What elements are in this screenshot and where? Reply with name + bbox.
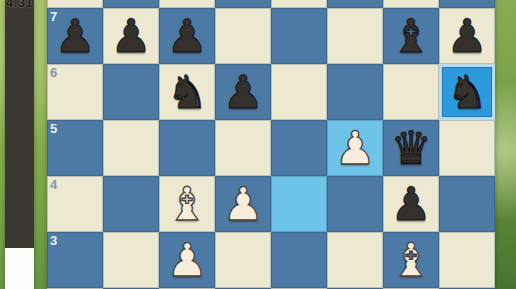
black-pawn-c7[interactable]: ♟: [159, 8, 215, 64]
square-a4[interactable]: 4: [47, 176, 103, 232]
rank-label-3: 3: [50, 233, 57, 248]
square-f4[interactable]: [327, 176, 383, 232]
square-d4[interactable]: ♟: [215, 176, 271, 232]
square-g3[interactable]: ♝: [383, 232, 439, 288]
square-a3[interactable]: 3: [47, 232, 103, 288]
square-f7[interactable]: [327, 8, 383, 64]
square-a6[interactable]: 6: [47, 64, 103, 120]
square-d3[interactable]: [215, 232, 271, 288]
rank-label-5: 5: [50, 121, 57, 136]
square-h6[interactable]: ♞: [439, 64, 495, 120]
evaluation-bar-white-portion: [5, 248, 34, 289]
square-c4[interactable]: ♝: [159, 176, 215, 232]
square-h4[interactable]: [439, 176, 495, 232]
black-bishop-c8[interactable]: ♝: [159, 0, 215, 8]
square-d6[interactable]: ♟: [215, 64, 271, 120]
square-c8[interactable]: ♝: [159, 0, 215, 8]
square-e4[interactable]: [271, 176, 327, 232]
square-e6[interactable]: [271, 64, 327, 120]
square-d7[interactable]: [215, 8, 271, 64]
square-b5[interactable]: [103, 120, 159, 176]
white-bishop-c4[interactable]: ♝: [159, 176, 215, 232]
square-e5[interactable]: [271, 120, 327, 176]
square-a5[interactable]: 5: [47, 120, 103, 176]
square-f5[interactable]: ♟: [327, 120, 383, 176]
square-g8[interactable]: [383, 0, 439, 8]
black-queen-g5[interactable]: ♛: [383, 120, 439, 176]
square-e8[interactable]: ♚: [271, 0, 327, 8]
black-rook-a8[interactable]: ♜: [47, 0, 103, 8]
black-knight-h6[interactable]: ♞: [439, 64, 495, 120]
square-f8[interactable]: [327, 0, 383, 8]
black-pawn-g4[interactable]: ♟: [383, 176, 439, 232]
rank-label-6: 6: [50, 65, 57, 80]
square-c7[interactable]: ♟: [159, 8, 215, 64]
black-pawn-d6[interactable]: ♟: [215, 64, 271, 120]
square-b7[interactable]: ♟: [103, 8, 159, 64]
black-knight-c6[interactable]: ♞: [159, 64, 215, 120]
evaluation-bar-black-portion: [5, 0, 34, 248]
black-bishop-g7[interactable]: ♝: [383, 8, 439, 64]
square-h8[interactable]: ♜: [439, 0, 495, 8]
square-h7[interactable]: ♟: [439, 8, 495, 64]
square-b8[interactable]: [103, 0, 159, 8]
square-d5[interactable]: [215, 120, 271, 176]
rank-label-4: 4: [50, 177, 57, 192]
square-g5[interactable]: ♛: [383, 120, 439, 176]
square-h5[interactable]: [439, 120, 495, 176]
square-f3[interactable]: [327, 232, 383, 288]
black-king-e8[interactable]: ♚: [271, 0, 327, 8]
white-pawn-f5[interactable]: ♟: [327, 120, 383, 176]
evaluation-bar: [5, 0, 34, 289]
eval-score: 4.31: [6, 0, 33, 10]
square-b6[interactable]: [103, 64, 159, 120]
black-rook-h8[interactable]: ♜: [439, 0, 495, 8]
square-c5[interactable]: [159, 120, 215, 176]
square-e3[interactable]: [271, 232, 327, 288]
square-b4[interactable]: [103, 176, 159, 232]
square-e7[interactable]: [271, 8, 327, 64]
chess-app-viewport: { "game": "chess", "position": "r1b1k2r/…: [0, 0, 516, 289]
square-g4[interactable]: ♟: [383, 176, 439, 232]
square-g6[interactable]: [383, 64, 439, 120]
chess-board[interactable]: ♜♝♚♜7♟♟♟♝♟6♞♟♞5♟♛4♝♟♟3♟♝: [47, 0, 495, 289]
rank-label-7: 7: [50, 9, 57, 24]
black-pawn-b7[interactable]: ♟: [103, 8, 159, 64]
square-b3[interactable]: [103, 232, 159, 288]
white-pawn-d4[interactable]: ♟: [215, 176, 271, 232]
white-bishop-g3[interactable]: ♝: [383, 232, 439, 288]
square-g7[interactable]: ♝: [383, 8, 439, 64]
square-a8[interactable]: ♜: [47, 0, 103, 8]
square-f6[interactable]: [327, 64, 383, 120]
square-d8[interactable]: [215, 0, 271, 8]
square-c3[interactable]: ♟: [159, 232, 215, 288]
square-c6[interactable]: ♞: [159, 64, 215, 120]
black-pawn-h7[interactable]: ♟: [439, 8, 495, 64]
square-h3[interactable]: [439, 232, 495, 288]
square-a7[interactable]: 7♟: [47, 8, 103, 64]
white-pawn-c3[interactable]: ♟: [159, 232, 215, 288]
